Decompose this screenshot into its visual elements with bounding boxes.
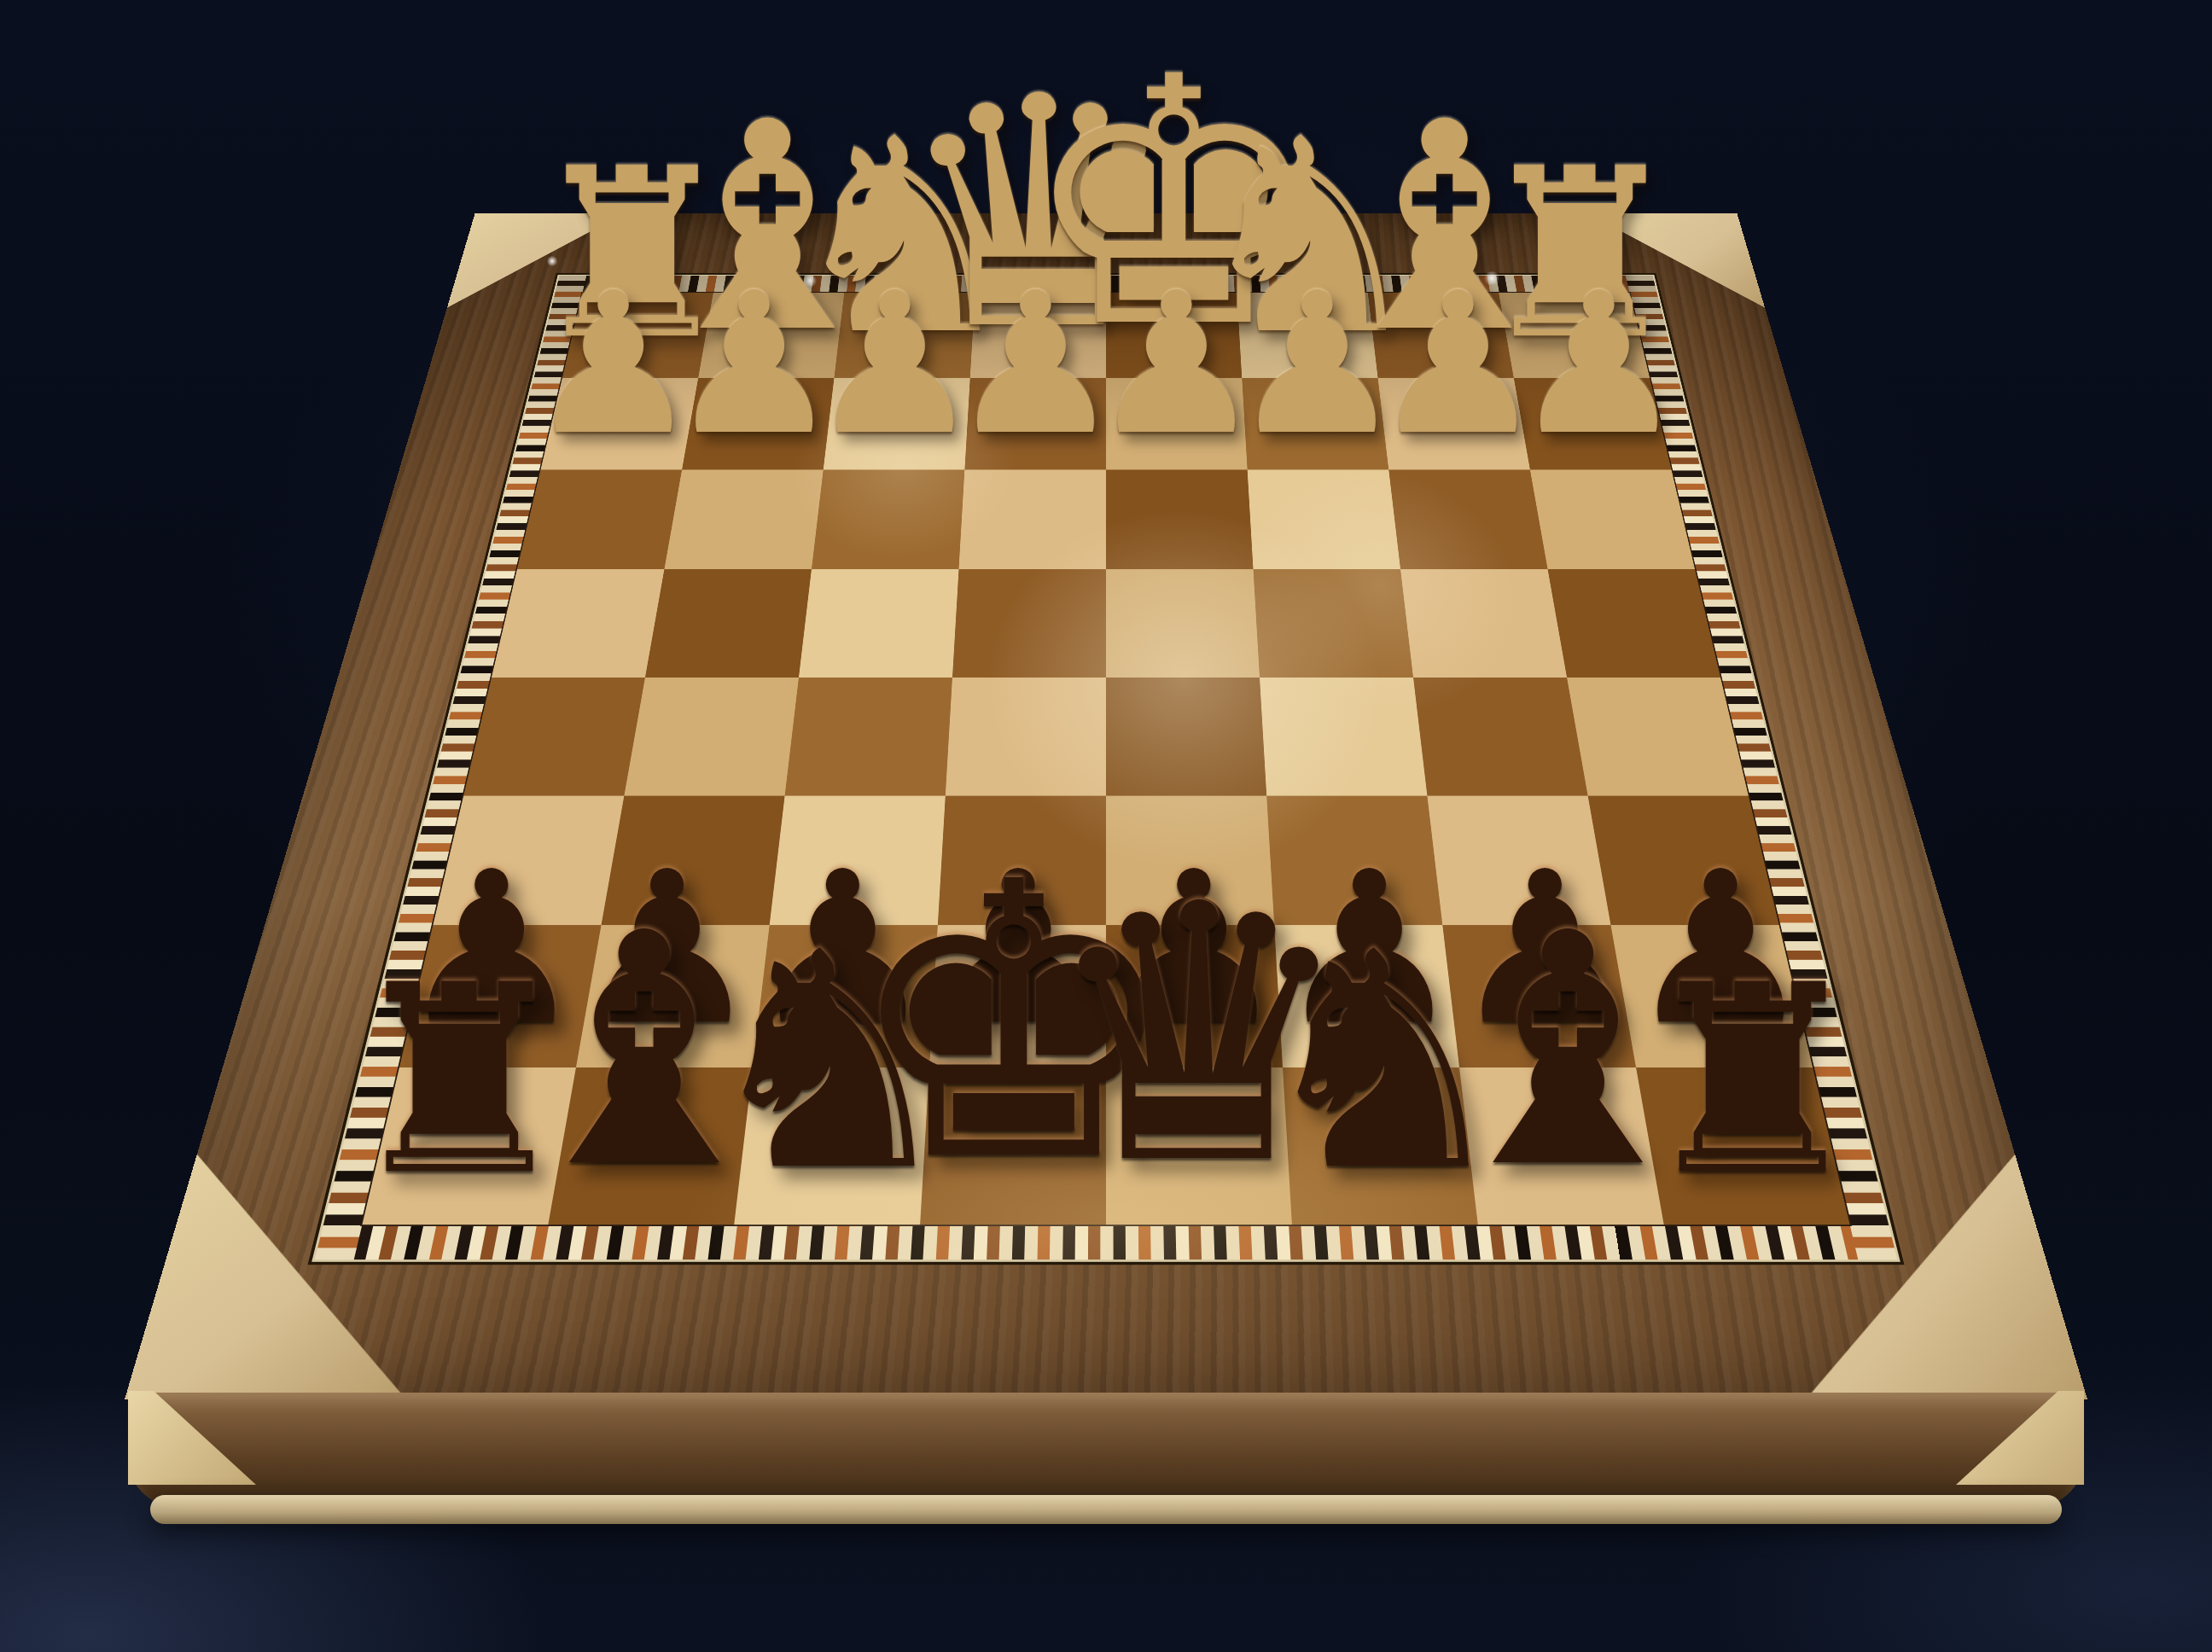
photo-scene: ♜♝♞♛♚♞♝♜♟♟♟♟♟♟♟♟♟♟♟♟♟♟♟♟♜♝♞♚♛♞♝♜ xyxy=(0,0,2212,1652)
square[interactable] xyxy=(1388,469,1547,569)
square[interactable] xyxy=(799,569,959,678)
square[interactable] xyxy=(463,678,645,795)
square[interactable] xyxy=(1106,469,1254,569)
square[interactable] xyxy=(1260,678,1427,795)
frame-base-rim xyxy=(150,1495,2062,1524)
square[interactable] xyxy=(958,469,1106,569)
square[interactable] xyxy=(1548,569,1721,678)
square[interactable] xyxy=(1248,469,1400,569)
piece-black-rook[interactable]: ♜ xyxy=(1636,951,1869,1211)
square[interactable] xyxy=(946,678,1106,795)
square[interactable] xyxy=(517,469,682,569)
square[interactable] xyxy=(952,569,1106,678)
square[interactable] xyxy=(1567,678,1749,795)
square[interactable] xyxy=(1254,569,1414,678)
square[interactable] xyxy=(664,469,823,569)
square[interactable] xyxy=(1106,678,1266,795)
piece-white-pawn[interactable]: ♟ xyxy=(1511,267,1686,462)
square[interactable] xyxy=(492,569,665,678)
square[interactable] xyxy=(1530,469,1695,569)
square[interactable] xyxy=(1400,569,1567,678)
square[interactable] xyxy=(624,678,799,795)
square[interactable] xyxy=(812,469,964,569)
square[interactable] xyxy=(1106,569,1260,678)
square[interactable] xyxy=(645,569,812,678)
frame-front-bevel xyxy=(128,1393,2084,1510)
square[interactable] xyxy=(785,678,952,795)
square[interactable] xyxy=(1413,678,1588,795)
